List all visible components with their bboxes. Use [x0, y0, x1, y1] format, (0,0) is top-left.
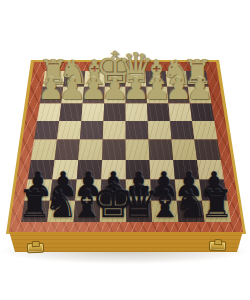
- pieces-layer: ♜♞♝♚♛♝♞♜♟♟♟♟♟♟♟♟♟♟♟♟♟♟♟♟♜♞♝♚♛♝♞♜: [0, 0, 250, 300]
- piece-black-rook[interactable]: ♜: [200, 185, 234, 223]
- chess-set-photo: ♜♞♝♚♛♝♞♜♟♟♟♟♟♟♟♟♟♟♟♟♟♟♟♟♜♞♝♚♛♝♞♜: [0, 0, 250, 300]
- piece-white-pawn[interactable]: ♟: [187, 75, 214, 105]
